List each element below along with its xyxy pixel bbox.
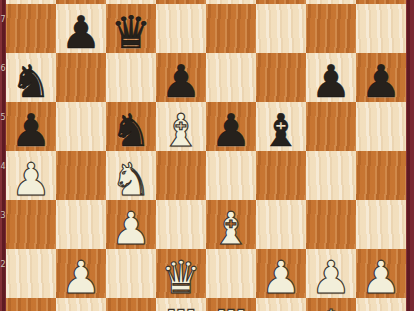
square-h1[interactable]: [356, 298, 406, 311]
white-queen: ♛: [156, 253, 206, 302]
rank-label-7: 7: [0, 15, 6, 24]
square-e2[interactable]: [206, 249, 256, 298]
rank-label-3: 3: [0, 211, 6, 220]
square-e6[interactable]: [206, 53, 256, 102]
square-g6[interactable]: ♟: [306, 53, 356, 102]
square-d1[interactable]: ♜: [156, 298, 206, 311]
square-h4[interactable]: [356, 151, 406, 200]
chess-board: ♚♜♜♟♛♞♟♟♟♟♞♝♟♝♟♞♟♝♟♛♟♟♟♜♜♚: [6, 0, 406, 311]
square-e4[interactable]: [206, 151, 256, 200]
square-h2[interactable]: ♟: [356, 249, 406, 298]
black-pawn: ♟: [306, 57, 356, 106]
square-a6[interactable]: ♞: [6, 53, 56, 102]
square-c5[interactable]: ♞: [106, 102, 156, 151]
black-bishop: ♝: [256, 106, 306, 155]
square-a1[interactable]: [6, 298, 56, 311]
square-b2[interactable]: ♟: [56, 249, 106, 298]
rank-label-5: 5: [0, 113, 6, 122]
square-g3[interactable]: [306, 200, 356, 249]
white-bishop: ♝: [156, 106, 206, 155]
square-h3[interactable]: [356, 200, 406, 249]
square-b4[interactable]: [56, 151, 106, 200]
white-pawn: ♟: [106, 204, 156, 253]
square-b7[interactable]: ♟: [56, 4, 106, 53]
square-d6[interactable]: ♟: [156, 53, 206, 102]
square-c6[interactable]: [106, 53, 156, 102]
chess-diagram: ♚♜♜♟♛♞♟♟♟♟♞♝♟♝♟♞♟♝♟♛♟♟♟♜♜♚ 765432: [0, 0, 414, 311]
square-f7[interactable]: [256, 4, 306, 53]
black-pawn: ♟: [156, 57, 206, 106]
square-a4[interactable]: ♟: [6, 151, 56, 200]
square-f5[interactable]: ♝: [256, 102, 306, 151]
square-a5[interactable]: ♟: [6, 102, 56, 151]
square-g1[interactable]: ♚: [306, 298, 356, 311]
square-e7[interactable]: [206, 4, 256, 53]
square-h6[interactable]: ♟: [356, 53, 406, 102]
rank-label-2: 2: [0, 260, 6, 269]
white-pawn: ♟: [256, 253, 306, 302]
square-g2[interactable]: ♟: [306, 249, 356, 298]
black-pawn: ♟: [56, 8, 106, 57]
rank-label-6: 6: [0, 64, 6, 73]
square-f6[interactable]: [256, 53, 306, 102]
black-pawn: ♟: [356, 57, 406, 106]
square-c3[interactable]: ♟: [106, 200, 156, 249]
square-c1[interactable]: [106, 298, 156, 311]
black-queen: ♛: [106, 8, 156, 57]
square-b1[interactable]: [56, 298, 106, 311]
square-h5[interactable]: [356, 102, 406, 151]
white-pawn: ♟: [56, 253, 106, 302]
square-f3[interactable]: [256, 200, 306, 249]
square-c2[interactable]: [106, 249, 156, 298]
square-e3[interactable]: ♝: [206, 200, 256, 249]
square-d5[interactable]: ♝: [156, 102, 206, 151]
rank-label-4: 4: [0, 162, 6, 171]
square-g5[interactable]: [306, 102, 356, 151]
square-c7[interactable]: ♛: [106, 4, 156, 53]
black-pawn: ♟: [206, 106, 256, 155]
white-king: ♚: [306, 302, 356, 311]
white-knight: ♞: [106, 155, 156, 204]
square-h7[interactable]: [356, 4, 406, 53]
square-d7[interactable]: [156, 4, 206, 53]
square-d3[interactable]: [156, 200, 206, 249]
square-d4[interactable]: [156, 151, 206, 200]
square-b6[interactable]: [56, 53, 106, 102]
white-pawn: ♟: [6, 155, 56, 204]
square-a7[interactable]: [6, 4, 56, 53]
square-c4[interactable]: ♞: [106, 151, 156, 200]
square-f4[interactable]: [256, 151, 306, 200]
square-g4[interactable]: [306, 151, 356, 200]
square-b3[interactable]: [56, 200, 106, 249]
square-e5[interactable]: ♟: [206, 102, 256, 151]
square-f1[interactable]: [256, 298, 306, 311]
square-a2[interactable]: [6, 249, 56, 298]
square-g7[interactable]: [306, 4, 356, 53]
black-knight: ♞: [106, 106, 156, 155]
square-e1[interactable]: ♜: [206, 298, 256, 311]
square-f2[interactable]: ♟: [256, 249, 306, 298]
white-bishop: ♝: [206, 204, 256, 253]
white-rook: ♜: [206, 302, 256, 311]
square-b5[interactable]: [56, 102, 106, 151]
white-rook: ♜: [156, 302, 206, 311]
white-pawn: ♟: [356, 253, 406, 302]
white-pawn: ♟: [306, 253, 356, 302]
square-d2[interactable]: ♛: [156, 249, 206, 298]
black-knight: ♞: [6, 57, 56, 106]
black-pawn: ♟: [6, 106, 56, 155]
square-a3[interactable]: [6, 200, 56, 249]
